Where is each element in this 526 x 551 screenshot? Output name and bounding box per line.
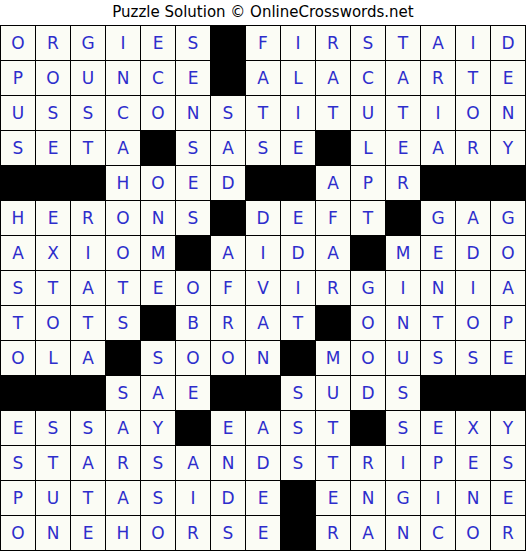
letter-cell-r14c10: E <box>316 481 351 516</box>
letter-cell-r3c14: O <box>456 96 491 131</box>
letter-cell-r14c8: E <box>246 481 281 516</box>
crossword-grid: ORGIESFIRSTAIDPOUNCEALACARTEUSSCONSTITUT… <box>0 25 526 551</box>
letter-cell-r15c2: N <box>36 516 71 551</box>
letter-cell-r13c13: P <box>421 446 456 481</box>
letter-cell-r7c10: A <box>316 236 351 271</box>
letter-cell-r12c15: Y <box>491 411 526 446</box>
letter-cell-r3c1: U <box>1 96 36 131</box>
letter-cell-r4c15: Y <box>491 131 526 166</box>
letter-cell-r4c9: E <box>281 131 316 166</box>
letter-cell-r13c6: A <box>176 446 211 481</box>
letter-cell-r11c4: S <box>106 376 141 411</box>
letter-cell-r1c12: T <box>386 26 421 61</box>
letter-cell-r15c15: R <box>491 516 526 551</box>
letter-cell-r14c13: I <box>421 481 456 516</box>
letter-cell-r7c9: D <box>281 236 316 271</box>
letter-cell-r8c3: A <box>71 271 106 306</box>
letter-cell-r2c2: O <box>36 61 71 96</box>
black-cell-r6c12 <box>386 201 421 236</box>
letter-cell-r2c5: C <box>141 61 176 96</box>
letter-cell-r15c6: R <box>176 516 211 551</box>
letter-cell-r2c1: P <box>1 61 36 96</box>
letter-cell-r9c1: T <box>1 306 36 341</box>
letter-cell-r5c11: P <box>351 166 386 201</box>
letter-cell-r6c10: F <box>316 201 351 236</box>
letter-cell-r3c6: N <box>176 96 211 131</box>
letter-cell-r4c4: A <box>106 131 141 166</box>
letter-cell-r4c14: R <box>456 131 491 166</box>
letter-cell-r9c15: P <box>491 306 526 341</box>
letter-cell-r6c13: G <box>421 201 456 236</box>
letter-cell-r11c6: E <box>176 376 211 411</box>
letter-cell-r11c10: U <box>316 376 351 411</box>
letter-cell-r14c14: N <box>456 481 491 516</box>
letter-cell-r14c15: E <box>491 481 526 516</box>
letter-cell-r12c9: S <box>281 411 316 446</box>
black-cell-r11c14 <box>456 376 491 411</box>
letter-cell-r8c2: T <box>36 271 71 306</box>
letter-cell-r7c8: I <box>246 236 281 271</box>
letter-cell-r13c9: S <box>281 446 316 481</box>
letter-cell-r15c8: E <box>246 516 281 551</box>
black-cell-r5c3 <box>71 166 106 201</box>
letter-cell-r1c1: O <box>1 26 36 61</box>
black-cell-r11c7 <box>211 376 246 411</box>
letter-cell-r7c13: E <box>421 236 456 271</box>
letter-cell-r2c11: C <box>351 61 386 96</box>
letter-cell-r14c4: A <box>106 481 141 516</box>
letter-cell-r3c9: I <box>281 96 316 131</box>
letter-cell-r3c8: T <box>246 96 281 131</box>
letter-cell-r8c4: T <box>106 271 141 306</box>
letter-cell-r13c4: R <box>106 446 141 481</box>
letter-cell-r9c12: N <box>386 306 421 341</box>
letter-cell-r13c11: R <box>351 446 386 481</box>
letter-cell-r8c7: F <box>211 271 246 306</box>
letter-cell-r8c8: V <box>246 271 281 306</box>
letter-cell-r13c8: D <box>246 446 281 481</box>
letter-cell-r11c9: S <box>281 376 316 411</box>
letter-cell-r6c14: A <box>456 201 491 236</box>
letter-cell-r11c5: A <box>141 376 176 411</box>
letter-cell-r2c15: E <box>491 61 526 96</box>
letter-cell-r4c1: S <box>1 131 36 166</box>
letter-cell-r15c7: S <box>211 516 246 551</box>
letter-cell-r4c6: S <box>176 131 211 166</box>
letter-cell-r2c14: T <box>456 61 491 96</box>
letter-cell-r10c1: O <box>1 341 36 376</box>
letter-cell-r5c7: D <box>211 166 246 201</box>
letter-cell-r15c14: O <box>456 516 491 551</box>
letter-cell-r14c5: S <box>141 481 176 516</box>
letter-cell-r8c5: E <box>141 271 176 306</box>
letter-cell-r3c4: C <box>106 96 141 131</box>
letter-cell-r7c1: A <box>1 236 36 271</box>
letter-cell-r4c13: A <box>421 131 456 166</box>
letter-cell-r1c10: R <box>316 26 351 61</box>
letter-cell-r10c14: S <box>456 341 491 376</box>
letter-cell-r12c13: E <box>421 411 456 446</box>
letter-cell-r6c11: T <box>351 201 386 236</box>
letter-cell-r15c1: O <box>1 516 36 551</box>
letter-cell-r1c13: A <box>421 26 456 61</box>
letter-cell-r4c3: T <box>71 131 106 166</box>
letter-cell-r10c2: L <box>36 341 71 376</box>
letter-cell-r13c12: I <box>386 446 421 481</box>
letter-cell-r15c10: R <box>316 516 351 551</box>
letter-cell-r3c12: T <box>386 96 421 131</box>
letter-cell-r13c7: N <box>211 446 246 481</box>
letter-cell-r6c15: G <box>491 201 526 236</box>
letter-cell-r7c15: O <box>491 236 526 271</box>
letter-cell-r14c1: P <box>1 481 36 516</box>
letter-cell-r13c15: S <box>491 446 526 481</box>
letter-cell-r1c5: E <box>141 26 176 61</box>
black-cell-r5c8 <box>246 166 281 201</box>
black-cell-r6c7 <box>211 201 246 236</box>
letter-cell-r7c4: O <box>106 236 141 271</box>
letter-cell-r9c7: R <box>211 306 246 341</box>
letter-cell-r9c2: O <box>36 306 71 341</box>
letter-cell-r7c5: M <box>141 236 176 271</box>
letter-cell-r6c1: H <box>1 201 36 236</box>
letter-cell-r9c11: O <box>351 306 386 341</box>
letter-cell-r5c12: R <box>386 166 421 201</box>
letter-cell-r13c10: T <box>316 446 351 481</box>
black-cell-r10c9 <box>281 341 316 376</box>
black-cell-r5c15 <box>491 166 526 201</box>
letter-cell-r6c4: O <box>106 201 141 236</box>
letter-cell-r14c12: G <box>386 481 421 516</box>
black-cell-r10c4 <box>106 341 141 376</box>
letter-cell-r9c6: B <box>176 306 211 341</box>
letter-cell-r8c12: I <box>386 271 421 306</box>
black-cell-r4c5 <box>141 131 176 166</box>
letter-cell-r9c8: A <box>246 306 281 341</box>
letter-cell-r10c7: O <box>211 341 246 376</box>
letter-cell-r4c7: A <box>211 131 246 166</box>
letter-cell-r4c11: L <box>351 131 386 166</box>
letter-cell-r2c6: E <box>176 61 211 96</box>
letter-cell-r4c12: E <box>386 131 421 166</box>
letter-cell-r1c2: R <box>36 26 71 61</box>
letter-cell-r7c2: X <box>36 236 71 271</box>
letter-cell-r5c6: E <box>176 166 211 201</box>
letter-cell-r2c8: A <box>246 61 281 96</box>
letter-cell-r12c3: S <box>71 411 106 446</box>
letter-cell-r3c7: S <box>211 96 246 131</box>
black-cell-r5c14 <box>456 166 491 201</box>
letter-cell-r12c12: S <box>386 411 421 446</box>
letter-cell-r13c1: S <box>1 446 36 481</box>
black-cell-r5c1 <box>1 166 36 201</box>
letter-cell-r9c13: T <box>421 306 456 341</box>
letter-cell-r12c4: A <box>106 411 141 446</box>
letter-cell-r7c7: A <box>211 236 246 271</box>
letter-cell-r7c3: I <box>71 236 106 271</box>
letter-cell-r3c13: I <box>421 96 456 131</box>
letter-cell-r1c8: F <box>246 26 281 61</box>
black-cell-r12c11 <box>351 411 386 446</box>
letter-cell-r3c2: S <box>36 96 71 131</box>
letter-cell-r6c6: S <box>176 201 211 236</box>
letter-cell-r10c3: A <box>71 341 106 376</box>
letter-cell-r2c4: N <box>106 61 141 96</box>
letter-cell-r2c9: L <box>281 61 316 96</box>
black-cell-r11c2 <box>36 376 71 411</box>
letter-cell-r5c4: H <box>106 166 141 201</box>
black-cell-r11c3 <box>71 376 106 411</box>
black-cell-r5c2 <box>36 166 71 201</box>
letter-cell-r13c5: S <box>141 446 176 481</box>
letter-cell-r10c15: E <box>491 341 526 376</box>
letter-cell-r3c5: O <box>141 96 176 131</box>
letter-cell-r7c14: D <box>456 236 491 271</box>
letter-cell-r3c10: T <box>316 96 351 131</box>
letter-cell-r1c11: S <box>351 26 386 61</box>
letter-cell-r12c8: A <box>246 411 281 446</box>
letter-cell-r8c15: A <box>491 271 526 306</box>
page-title: Puzzle Solution © OnlineCrosswords.net <box>0 0 526 25</box>
puzzle-solution-page: Puzzle Solution © OnlineCrosswords.net O… <box>0 0 526 551</box>
black-cell-r11c15 <box>491 376 526 411</box>
letter-cell-r5c5: O <box>141 166 176 201</box>
black-cell-r7c11 <box>351 236 386 271</box>
letter-cell-r2c3: U <box>71 61 106 96</box>
letter-cell-r9c3: T <box>71 306 106 341</box>
letter-cell-r14c2: U <box>36 481 71 516</box>
letter-cell-r3c11: U <box>351 96 386 131</box>
letter-cell-r14c11: N <box>351 481 386 516</box>
letter-cell-r9c4: S <box>106 306 141 341</box>
letter-cell-r8c1: S <box>1 271 36 306</box>
black-cell-r15c9 <box>281 516 316 551</box>
letter-cell-r13c2: T <box>36 446 71 481</box>
letter-cell-r8c10: R <box>316 271 351 306</box>
letter-cell-r12c14: X <box>456 411 491 446</box>
letter-cell-r2c12: A <box>386 61 421 96</box>
black-cell-r5c9 <box>281 166 316 201</box>
letter-cell-r9c9: T <box>281 306 316 341</box>
letter-cell-r12c7: E <box>211 411 246 446</box>
letter-cell-r4c8: S <box>246 131 281 166</box>
letter-cell-r10c5: S <box>141 341 176 376</box>
black-cell-r2c7 <box>211 61 246 96</box>
letter-cell-r8c13: N <box>421 271 456 306</box>
letter-cell-r8c6: O <box>176 271 211 306</box>
letter-cell-r4c2: E <box>36 131 71 166</box>
black-cell-r14c9 <box>281 481 316 516</box>
letter-cell-r1c14: I <box>456 26 491 61</box>
letter-cell-r2c13: R <box>421 61 456 96</box>
letter-cell-r15c13: C <box>421 516 456 551</box>
letter-cell-r12c1: E <box>1 411 36 446</box>
letter-cell-r15c4: H <box>106 516 141 551</box>
letter-cell-r14c7: D <box>211 481 246 516</box>
letter-cell-r15c5: O <box>141 516 176 551</box>
black-cell-r9c10 <box>316 306 351 341</box>
letter-cell-r14c3: T <box>71 481 106 516</box>
letter-cell-r11c11: D <box>351 376 386 411</box>
letter-cell-r6c8: D <box>246 201 281 236</box>
letter-cell-r12c10: T <box>316 411 351 446</box>
letter-cell-r13c14: E <box>456 446 491 481</box>
letter-cell-r7c12: M <box>386 236 421 271</box>
letter-cell-r1c9: I <box>281 26 316 61</box>
letter-cell-r15c11: A <box>351 516 386 551</box>
black-cell-r9c5 <box>141 306 176 341</box>
letter-cell-r12c2: S <box>36 411 71 446</box>
letter-cell-r6c9: E <box>281 201 316 236</box>
black-cell-r5c13 <box>421 166 456 201</box>
letter-cell-r1c6: S <box>176 26 211 61</box>
letter-cell-r10c6: O <box>176 341 211 376</box>
letter-cell-r2c10: A <box>316 61 351 96</box>
letter-cell-r6c5: N <box>141 201 176 236</box>
letter-cell-r8c14: I <box>456 271 491 306</box>
black-cell-r11c1 <box>1 376 36 411</box>
letter-cell-r5c10: A <box>316 166 351 201</box>
black-cell-r1c7 <box>211 26 246 61</box>
letter-cell-r15c3: E <box>71 516 106 551</box>
letter-cell-r6c3: R <box>71 201 106 236</box>
letter-cell-r1c15: D <box>491 26 526 61</box>
letter-cell-r14c6: I <box>176 481 211 516</box>
black-cell-r12c6 <box>176 411 211 446</box>
black-cell-r4c10 <box>316 131 351 166</box>
letter-cell-r10c13: S <box>421 341 456 376</box>
letter-cell-r8c11: G <box>351 271 386 306</box>
letter-cell-r12c5: Y <box>141 411 176 446</box>
letter-cell-r13c3: A <box>71 446 106 481</box>
letter-cell-r15c12: N <box>386 516 421 551</box>
letter-cell-r9c14: O <box>456 306 491 341</box>
letter-cell-r10c10: M <box>316 341 351 376</box>
letter-cell-r1c3: G <box>71 26 106 61</box>
letter-cell-r3c15: N <box>491 96 526 131</box>
black-cell-r11c8 <box>246 376 281 411</box>
letter-cell-r11c12: S <box>386 376 421 411</box>
letter-cell-r8c9: I <box>281 271 316 306</box>
letter-cell-r6c2: E <box>36 201 71 236</box>
letter-cell-r10c12: U <box>386 341 421 376</box>
letter-cell-r3c3: S <box>71 96 106 131</box>
letter-cell-r10c8: N <box>246 341 281 376</box>
letter-cell-r1c4: I <box>106 26 141 61</box>
black-cell-r11c13 <box>421 376 456 411</box>
letter-cell-r10c11: O <box>351 341 386 376</box>
black-cell-r7c6 <box>176 236 211 271</box>
